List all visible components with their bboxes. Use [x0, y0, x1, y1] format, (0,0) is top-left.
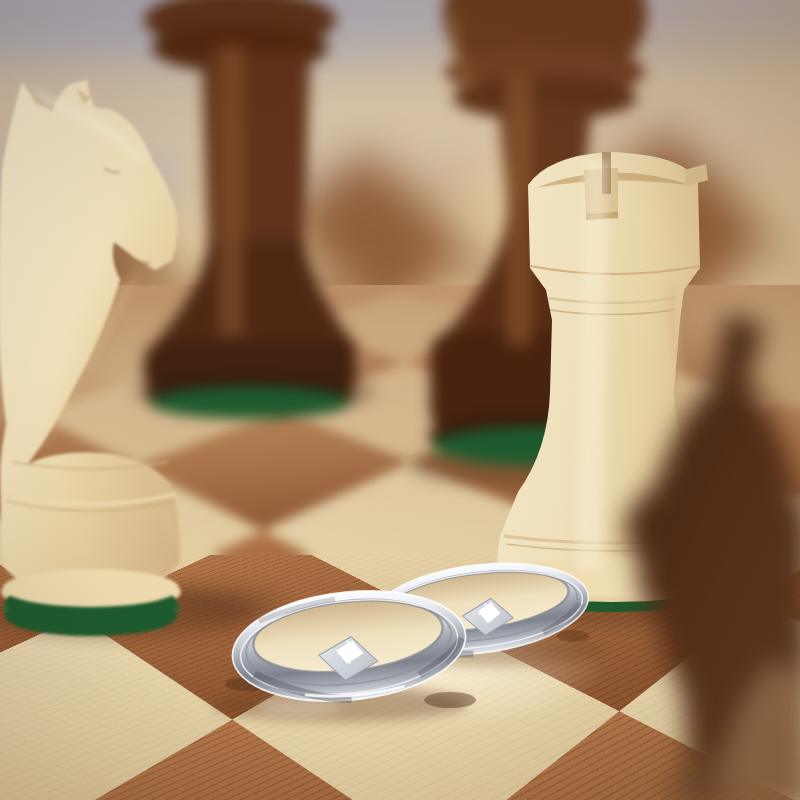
vignette	[0, 0, 800, 800]
chess-rings-photo	[0, 0, 800, 800]
